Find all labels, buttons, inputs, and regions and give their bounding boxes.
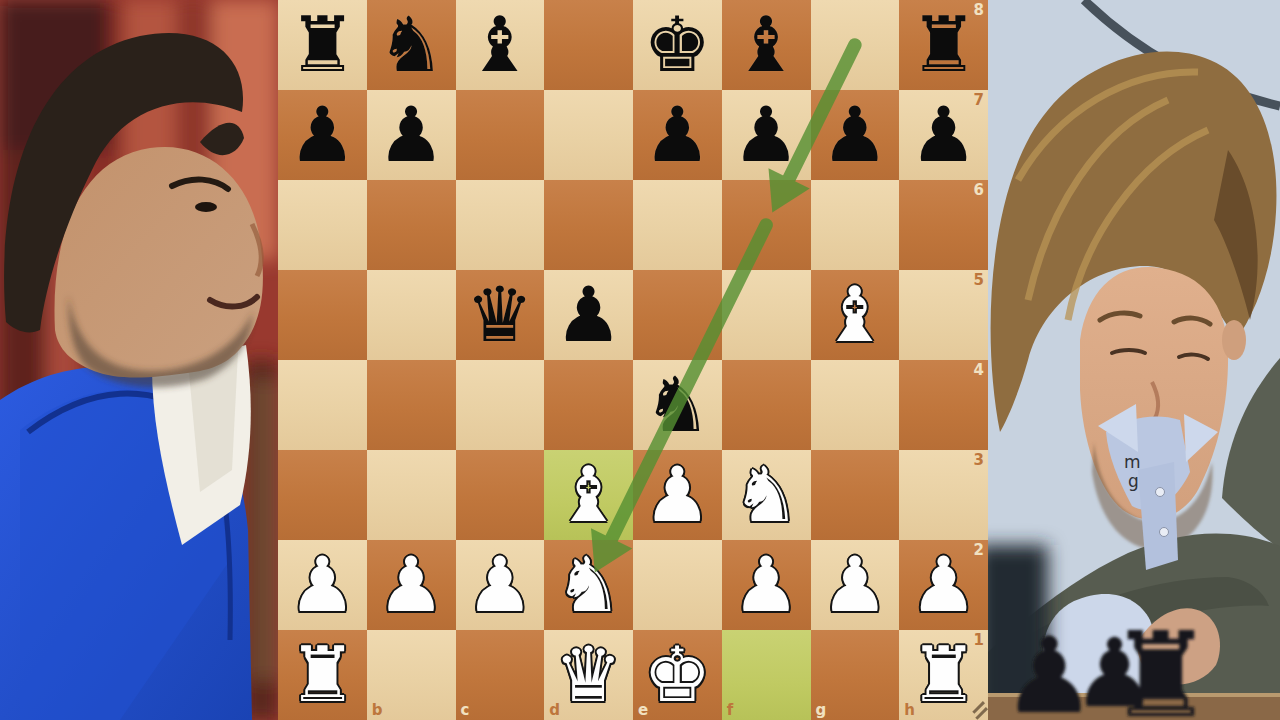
square-g7[interactable]: ♟ [811,90,900,180]
left-player-eye [195,202,217,212]
black-rook-a8[interactable]: ♜ [278,0,367,90]
chess-board: ♜♞♝♚♝♜8♟♟♟♟♟♟76♛♟♝5♞4♝♟♞3♟♟♟♞♟♟♟2♜bc♛d♚e… [278,0,988,720]
rank-label-5: 5 [974,273,984,288]
square-g3[interactable] [811,450,900,540]
video-frame: ♜♞♝♚♝♜8♟♟♟♟♟♟76♛♟♝5♞4♝♟♞3♟♟♟♞♟♟♟2♜bc♛d♚e… [0,0,1280,720]
shirt-button-2 [1160,528,1169,537]
file-label-g: g [816,703,827,718]
square-a7[interactable]: ♟ [278,90,367,180]
square-h6[interactable]: 6 [899,180,988,270]
square-d2[interactable]: ♞ [544,540,633,630]
white-pawn-f2[interactable]: ♟ [722,540,811,630]
shirt-sponsor-text-line1: m [1124,452,1141,472]
white-pawn-c2[interactable]: ♟ [456,540,545,630]
square-d7[interactable] [544,90,633,180]
square-a2[interactable]: ♟ [278,540,367,630]
square-e1[interactable]: ♚e [633,630,722,720]
board-resize-handle[interactable] [966,698,986,718]
square-d1[interactable]: ♛d [544,630,633,720]
square-e4[interactable]: ♞ [633,360,722,450]
square-e2[interactable] [633,540,722,630]
rank-label-4: 4 [974,363,984,378]
square-f3[interactable]: ♞ [722,450,811,540]
square-d6[interactable] [544,180,633,270]
square-b8[interactable]: ♞ [367,0,456,90]
square-h5[interactable]: 5 [899,270,988,360]
square-h7[interactable]: ♟7 [899,90,988,180]
rank-label-1: 1 [974,633,984,648]
file-label-d: d [549,703,560,718]
square-c5[interactable]: ♛ [456,270,545,360]
square-f1[interactable]: f [722,630,811,720]
rank-label-3: 3 [974,453,984,468]
square-f4[interactable] [722,360,811,450]
board-grid: ♜♞♝♚♝♜8♟♟♟♟♟♟76♛♟♝5♞4♝♟♞3♟♟♟♞♟♟♟2♜bc♛d♚e… [278,0,988,720]
white-knight-d2[interactable]: ♞ [544,540,633,630]
black-pawn-e7[interactable]: ♟ [633,90,722,180]
file-label-b: b [372,703,383,718]
file-label-e: e [638,703,648,718]
rank-label-6: 6 [974,183,984,198]
square-a4[interactable] [278,360,367,450]
black-knight-b8[interactable]: ♞ [367,0,456,90]
square-g6[interactable] [811,180,900,270]
white-rook-a1[interactable]: ♜ [278,630,367,720]
black-pawn-b7[interactable]: ♟ [367,90,456,180]
black-king-e8[interactable]: ♚ [633,0,722,90]
square-b4[interactable] [367,360,456,450]
square-c6[interactable] [456,180,545,270]
square-a6[interactable] [278,180,367,270]
square-h4[interactable]: 4 [899,360,988,450]
square-d4[interactable] [544,360,633,450]
square-g8[interactable] [811,0,900,90]
right-player-photo: m g ♟ ♟ ♜ [988,0,1280,720]
square-b7[interactable]: ♟ [367,90,456,180]
square-a8[interactable]: ♜ [278,0,367,90]
right-player-ear [1222,320,1246,360]
square-f8[interactable]: ♝ [722,0,811,90]
square-b2[interactable]: ♟ [367,540,456,630]
square-c2[interactable]: ♟ [456,540,545,630]
square-a3[interactable] [278,450,367,540]
square-f7[interactable]: ♟ [722,90,811,180]
square-a5[interactable] [278,270,367,360]
square-c4[interactable] [456,360,545,450]
black-pawn-f7[interactable]: ♟ [722,90,811,180]
white-pawn-b2[interactable]: ♟ [367,540,456,630]
rank-label-8: 8 [974,3,984,18]
square-f6[interactable] [722,180,811,270]
square-g5[interactable]: ♝ [811,270,900,360]
black-pawn-a7[interactable]: ♟ [278,90,367,180]
black-bishop-c8[interactable]: ♝ [456,0,545,90]
square-b1[interactable]: b [367,630,456,720]
square-c8[interactable]: ♝ [456,0,545,90]
square-h8[interactable]: ♜8 [899,0,988,90]
white-pawn-g2[interactable]: ♟ [811,540,900,630]
shirt-button [1156,488,1165,497]
square-c7[interactable] [456,90,545,180]
square-g1[interactable]: g [811,630,900,720]
rank-label-2: 2 [974,543,984,558]
square-e5[interactable] [633,270,722,360]
rank-label-7: 7 [974,93,984,108]
square-c3[interactable] [456,450,545,540]
square-h3[interactable]: 3 [899,450,988,540]
square-h2[interactable]: ♟2 [899,540,988,630]
square-g2[interactable]: ♟ [811,540,900,630]
square-d8[interactable] [544,0,633,90]
square-e7[interactable]: ♟ [633,90,722,180]
square-d5[interactable]: ♟ [544,270,633,360]
white-pawn-e3[interactable]: ♟ [633,450,722,540]
square-f2[interactable]: ♟ [722,540,811,630]
white-bishop-d3[interactable]: ♝ [544,450,633,540]
left-photo-illustration [0,0,278,720]
square-f5[interactable] [722,270,811,360]
black-pawn-d5[interactable]: ♟ [544,270,633,360]
square-a1[interactable]: ♜ [278,630,367,720]
black-queen-c5[interactable]: ♛ [456,270,545,360]
square-e6[interactable] [633,180,722,270]
left-player-photo [0,0,278,720]
black-rook-photo-icon: ♜ [1108,606,1214,720]
black-knight-e4[interactable]: ♞ [633,360,722,450]
file-label-c: c [461,703,470,718]
right-photo-illustration: m g ♟ ♟ ♜ [988,0,1280,720]
file-label-f: f [727,703,734,718]
white-pawn-a2[interactable]: ♟ [278,540,367,630]
square-b6[interactable] [367,180,456,270]
square-b3[interactable] [367,450,456,540]
shirt-sponsor-text-line2: g [1128,471,1139,491]
square-b5[interactable] [367,270,456,360]
white-bishop-g5[interactable]: ♝ [811,270,900,360]
square-g4[interactable] [811,360,900,450]
square-e8[interactable]: ♚ [633,0,722,90]
white-knight-f3[interactable]: ♞ [722,450,811,540]
black-pawn-g7[interactable]: ♟ [811,90,900,180]
square-d3[interactable]: ♝ [544,450,633,540]
captured-black-pieces: ♟ ♟ ♜ [1002,606,1214,720]
square-c1[interactable]: c [456,630,545,720]
square-e3[interactable]: ♟ [633,450,722,540]
file-label-h: h [904,703,915,718]
black-bishop-f8[interactable]: ♝ [722,0,811,90]
